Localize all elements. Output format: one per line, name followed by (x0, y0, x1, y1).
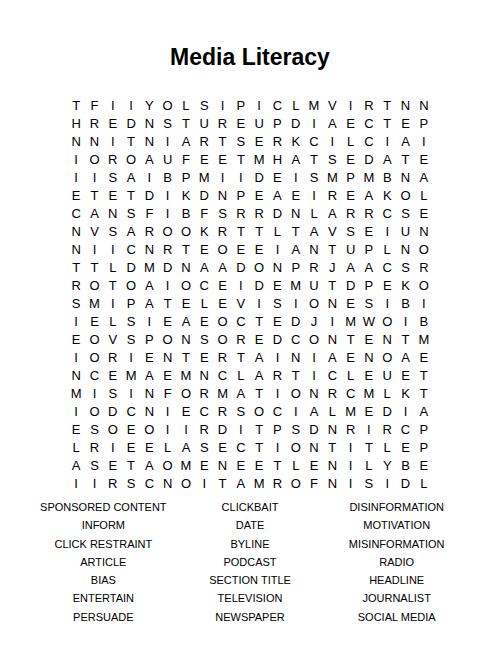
grid-cell: T (323, 438, 341, 456)
grid-cell: K (396, 384, 414, 402)
word-list-item: CLICK RESTRAINT (30, 535, 177, 553)
grid-cell: D (287, 312, 305, 330)
grid-cell: T (305, 150, 323, 168)
grid-cell: I (396, 312, 414, 330)
grid-cell: T (67, 258, 85, 276)
grid-cell: I (268, 438, 286, 456)
grid-cell: A (305, 222, 323, 240)
word-list-item: SECTION TITLE (177, 571, 324, 589)
grid-cell: P (268, 114, 286, 132)
grid-cell: C (67, 204, 85, 222)
grid-cell: S (104, 168, 122, 186)
grid-cell: M (360, 168, 378, 186)
grid-cell: A (232, 384, 250, 402)
grid-cell: T (104, 276, 122, 294)
grid-cell: P (177, 168, 195, 186)
grid-cell: R (140, 222, 158, 240)
grid-cell: N (323, 330, 341, 348)
grid-cell: E (177, 402, 195, 420)
grid-cell: P (268, 420, 286, 438)
word-list-item: DATE (177, 516, 324, 534)
word-list-column-1: SPONSORED CONTENTINFORMCLICK RESTRAINTAR… (30, 498, 177, 626)
grid-cell: E (268, 276, 286, 294)
grid-cell: N (195, 366, 213, 384)
word-list-item: DISINFORMATION (323, 498, 470, 516)
grid-cell: C (378, 204, 396, 222)
grid-cell: O (287, 438, 305, 456)
grid-cell: P (360, 240, 378, 258)
grid-cell: S (104, 384, 122, 402)
grid-cell: N (85, 132, 103, 150)
grid-cell: U (378, 366, 396, 384)
grid-cell: T (177, 240, 195, 258)
grid-cell: C (195, 276, 213, 294)
grid-cell: E (67, 330, 85, 348)
grid-cell: A (85, 204, 103, 222)
grid-cell: D (122, 114, 140, 132)
grid-cell: A (396, 348, 414, 366)
grid-cell: V (232, 294, 250, 312)
word-list-column-3: DISINFORMATIONMOTIVATIONMISINFORMATIONRA… (323, 498, 470, 626)
grid-cell: O (415, 240, 433, 258)
grid-cell: E (104, 114, 122, 132)
grid-cell: D (287, 114, 305, 132)
grid-cell: C (122, 240, 140, 258)
grid-cell: E (232, 456, 250, 474)
grid-cell: E (213, 294, 231, 312)
grid-cell: S (360, 294, 378, 312)
grid-cell: A (415, 168, 433, 186)
grid-cell: I (287, 168, 305, 186)
grid-cell: C (341, 384, 359, 402)
grid-cell: A (323, 348, 341, 366)
grid-cell: R (213, 348, 231, 366)
grid-cell: O (213, 330, 231, 348)
grid-cell: O (85, 348, 103, 366)
grid-cell: I (341, 438, 359, 456)
grid-cell: E (268, 312, 286, 330)
grid-cell: I (232, 420, 250, 438)
grid-cell: T (378, 114, 396, 132)
grid-cell: O (159, 222, 177, 240)
grid-cell: N (305, 438, 323, 456)
grid-cell: R (268, 474, 286, 492)
grid-cell: L (195, 294, 213, 312)
grid-cell: Y (378, 456, 396, 474)
grid-cell: A (323, 114, 341, 132)
grid-cell: F (305, 474, 323, 492)
grid-cell: V (85, 222, 103, 240)
grid-cell: I (415, 132, 433, 150)
grid-cell: K (396, 276, 414, 294)
grid-cell: I (287, 294, 305, 312)
grid-cell: N (323, 474, 341, 492)
grid-cell: A (140, 366, 158, 384)
grid-cell: E (122, 438, 140, 456)
grid-cell: P (287, 258, 305, 276)
grid-cell: T (250, 312, 268, 330)
grid-cell: N (140, 132, 158, 150)
word-list-item: SOCIAL MEDIA (323, 608, 470, 626)
grid-cell: L (378, 438, 396, 456)
grid-cell: S (104, 222, 122, 240)
grid-cell: R (378, 420, 396, 438)
grid-cell: I (177, 420, 195, 438)
grid-cell: S (195, 330, 213, 348)
grid-cell: P (140, 330, 158, 348)
grid-cell: S (287, 420, 305, 438)
grid-cell: D (140, 186, 158, 204)
grid-cell: E (360, 402, 378, 420)
grid-cell: A (140, 150, 158, 168)
grid-cell: C (396, 420, 414, 438)
grid-cell: T (250, 420, 268, 438)
grid-cell: N (140, 240, 158, 258)
grid-cell: R (159, 240, 177, 258)
grid-cell: C (268, 96, 286, 114)
grid-cell: U (396, 222, 414, 240)
grid-cell: R (213, 222, 231, 240)
grid-cell: B (396, 294, 414, 312)
grid-cell: T (232, 222, 250, 240)
grid-cell: M (323, 168, 341, 186)
grid-cell: O (250, 258, 268, 276)
grid-cell: P (232, 96, 250, 114)
grid-cell: P (415, 438, 433, 456)
grid-cell: C (195, 402, 213, 420)
grid-cell: E (415, 348, 433, 366)
grid-cell: C (378, 258, 396, 276)
grid-cell: S (396, 258, 414, 276)
grid-cell: N (177, 330, 195, 348)
grid-cell: R (104, 474, 122, 492)
grid-cell: M (250, 474, 268, 492)
grid-cell: E (250, 330, 268, 348)
grid-cell: I (305, 348, 323, 366)
grid-cell: L (341, 132, 359, 150)
grid-cell: N (305, 384, 323, 402)
grid-cell: E (268, 168, 286, 186)
grid-cell: E (305, 456, 323, 474)
grid-cell: N (323, 420, 341, 438)
word-list-item: NEWSPAPER (177, 608, 324, 626)
grid-cell: O (287, 384, 305, 402)
grid-cell: L (341, 366, 359, 384)
grid-cell: E (396, 438, 414, 456)
grid-cell: E (341, 150, 359, 168)
grid-cell: M (287, 276, 305, 294)
grid-cell: D (396, 474, 414, 492)
grid-cell: R (360, 96, 378, 114)
grid-cell: Y (140, 96, 158, 114)
word-list-item: BYLINE (177, 535, 324, 553)
grid-cell: N (323, 294, 341, 312)
grid-cell: O (159, 456, 177, 474)
grid-cell: R (360, 204, 378, 222)
grid-cell: O (85, 150, 103, 168)
grid-cell: O (305, 330, 323, 348)
grid-cell: N (396, 168, 414, 186)
letter-grid: TFIIYOLSIPICLMVIRTNNHREDNSTUREUPDIAECTEP… (67, 96, 433, 492)
grid-cell: R (67, 276, 85, 294)
grid-cell: S (67, 294, 85, 312)
grid-cell: R (104, 150, 122, 168)
grid-cell: T (415, 384, 433, 402)
grid-cell: O (122, 276, 140, 294)
grid-cell: R (341, 420, 359, 438)
grid-cell: C (360, 132, 378, 150)
grid-cell: U (305, 276, 323, 294)
grid-cell: T (250, 222, 268, 240)
grid-cell: N (140, 384, 158, 402)
grid-cell: C (305, 132, 323, 150)
grid-cell: M (140, 258, 158, 276)
grid-cell: I (85, 240, 103, 258)
grid-cell: A (305, 402, 323, 420)
grid-cell: O (305, 294, 323, 312)
grid-cell: D (213, 420, 231, 438)
grid-cell: L (360, 456, 378, 474)
grid-cell: L (415, 474, 433, 492)
grid-cell: I (104, 294, 122, 312)
grid-cell: O (177, 276, 195, 294)
grid-cell: D (378, 402, 396, 420)
grid-cell: L (287, 456, 305, 474)
grid-cell: K (177, 186, 195, 204)
grid-cell: O (177, 474, 195, 492)
grid-cell: R (323, 384, 341, 402)
grid-cell: E (232, 114, 250, 132)
grid-cell: E (250, 240, 268, 258)
grid-cell: O (85, 276, 103, 294)
grid-cell: O (415, 276, 433, 294)
grid-cell: L (287, 96, 305, 114)
grid-cell: A (341, 258, 359, 276)
grid-cell: S (268, 294, 286, 312)
grid-cell: I (67, 474, 85, 492)
grid-cell: R (213, 402, 231, 420)
grid-cell: I (104, 132, 122, 150)
grid-cell: S (122, 312, 140, 330)
grid-cell: I (104, 438, 122, 456)
grid-cell: I (122, 384, 140, 402)
grid-cell: M (360, 384, 378, 402)
grid-cell: T (415, 366, 433, 384)
grid-cell: I (268, 348, 286, 366)
word-list: SPONSORED CONTENTINFORMCLICK RESTRAINTAR… (30, 498, 470, 626)
grid-cell: V (323, 96, 341, 114)
grid-cell: N (360, 348, 378, 366)
grid-cell: T (213, 132, 231, 150)
grid-cell: E (213, 438, 231, 456)
grid-cell: T (250, 438, 268, 456)
grid-cell: M (177, 456, 195, 474)
word-list-item: SPONSORED CONTENT (30, 498, 177, 516)
grid-cell: N (268, 258, 286, 276)
word-list-item: ENTERTAIN (30, 589, 177, 607)
grid-cell: T (232, 348, 250, 366)
word-list-item: MOTIVATION (323, 516, 470, 534)
grid-cell: O (396, 186, 414, 204)
grid-cell: E (195, 150, 213, 168)
grid-cell: C (323, 366, 341, 384)
grid-cell: E (341, 186, 359, 204)
grid-cell: O (177, 384, 195, 402)
word-list-item: HEADLINE (323, 571, 470, 589)
grid-cell: V (104, 330, 122, 348)
grid-cell: S (122, 204, 140, 222)
grid-cell: A (415, 402, 433, 420)
grid-cell: R (268, 366, 286, 384)
grid-cell: O (250, 402, 268, 420)
grid-cell: T (122, 132, 140, 150)
word-list-item: ARTICLE (30, 553, 177, 571)
grid-cell: I (341, 456, 359, 474)
grid-cell: I (305, 366, 323, 384)
grid-cell: E (104, 456, 122, 474)
grid-cell: I (159, 402, 177, 420)
grid-cell: N (177, 258, 195, 276)
grid-cell: D (268, 330, 286, 348)
grid-cell: D (305, 420, 323, 438)
grid-cell: T (85, 258, 103, 276)
grid-cell: N (213, 456, 231, 474)
grid-cell: I (159, 204, 177, 222)
grid-cell: E (415, 204, 433, 222)
grid-cell: A (177, 132, 195, 150)
grid-cell: E (360, 366, 378, 384)
grid-cell: D (232, 258, 250, 276)
grid-cell: S (195, 96, 213, 114)
grid-cell: F (85, 96, 103, 114)
grid-cell: E (122, 420, 140, 438)
grid-cell: T (177, 114, 195, 132)
grid-cell: R (85, 438, 103, 456)
grid-cell: I (85, 384, 103, 402)
grid-cell: I (104, 96, 122, 114)
grid-cell: I (195, 474, 213, 492)
grid-cell: I (140, 168, 158, 186)
grid-cell: O (213, 240, 231, 258)
grid-cell: A (177, 312, 195, 330)
grid-cell: R (250, 204, 268, 222)
grid-cell: O (85, 402, 103, 420)
grid-cell: R (213, 114, 231, 132)
grid-cell: S (396, 204, 414, 222)
grid-cell: D (195, 186, 213, 204)
grid-cell: P (122, 294, 140, 312)
grid-cell: O (140, 420, 158, 438)
grid-cell: I (122, 348, 140, 366)
grid-cell: E (341, 348, 359, 366)
grid-cell: I (232, 168, 250, 186)
grid-cell: A (122, 222, 140, 240)
grid-cell: N (396, 240, 414, 258)
grid-cell: T (213, 474, 231, 492)
grid-cell: N (415, 222, 433, 240)
grid-cell: A (140, 294, 158, 312)
grid-cell: M (341, 402, 359, 420)
grid-cell: E (378, 276, 396, 294)
grid-cell: A (232, 474, 250, 492)
grid-cell: N (159, 348, 177, 366)
grid-cell: I (323, 312, 341, 330)
grid-cell: T (287, 222, 305, 240)
grid-cell: T (323, 276, 341, 294)
grid-cell: N (396, 96, 414, 114)
grid-cell: E (415, 456, 433, 474)
grid-cell: E (213, 150, 231, 168)
grid-cell: I (341, 474, 359, 492)
grid-cell: R (195, 420, 213, 438)
grid-cell: S (213, 204, 231, 222)
word-list-item: MISINFORMATION (323, 535, 470, 553)
grid-cell: M (341, 312, 359, 330)
grid-cell: L (305, 204, 323, 222)
grid-cell: J (305, 312, 323, 330)
grid-cell: T (378, 96, 396, 114)
grid-cell: I (250, 96, 268, 114)
grid-cell: T (122, 456, 140, 474)
grid-cell: C (232, 312, 250, 330)
grid-cell: T (396, 150, 414, 168)
grid-cell: C (122, 402, 140, 420)
grid-cell: N (140, 114, 158, 132)
grid-cell: T (396, 330, 414, 348)
grid-cell: O (104, 420, 122, 438)
grid-cell: T (122, 186, 140, 204)
grid-cell: K (287, 132, 305, 150)
grid-cell: N (67, 222, 85, 240)
grid-cell: S (122, 330, 140, 348)
grid-cell: I (268, 384, 286, 402)
grid-cell: C (213, 366, 231, 384)
grid-cell: S (323, 150, 341, 168)
word-list-item: JOURNALIST (323, 589, 470, 607)
grid-cell: T (341, 330, 359, 348)
grid-cell: H (67, 114, 85, 132)
grid-cell: I (67, 150, 85, 168)
grid-cell: O (159, 96, 177, 114)
grid-cell: I (287, 402, 305, 420)
grid-cell: I (305, 114, 323, 132)
grid-cell: I (67, 348, 85, 366)
grid-cell: H (268, 150, 286, 168)
grid-cell: I (378, 132, 396, 150)
grid-cell: A (360, 186, 378, 204)
grid-cell: T (232, 150, 250, 168)
grid-cell: S (360, 474, 378, 492)
grid-cell: L (378, 240, 396, 258)
grid-cell: B (378, 168, 396, 186)
grid-cell: C (268, 402, 286, 420)
grid-cell: L (159, 438, 177, 456)
grid-cell: A (213, 258, 231, 276)
grid-cell: N (415, 96, 433, 114)
grid-cell: N (140, 402, 158, 420)
grid-cell: L (104, 258, 122, 276)
grid-cell: T (67, 96, 85, 114)
grid-cell: M (177, 366, 195, 384)
grid-cell: L (268, 222, 286, 240)
grid-cell: E (104, 186, 122, 204)
grid-cell: O (287, 474, 305, 492)
grid-cell: T (85, 186, 103, 204)
grid-cell: A (287, 240, 305, 258)
grid-cell: E (250, 456, 268, 474)
grid-cell: O (378, 348, 396, 366)
grid-cell: D (122, 258, 140, 276)
